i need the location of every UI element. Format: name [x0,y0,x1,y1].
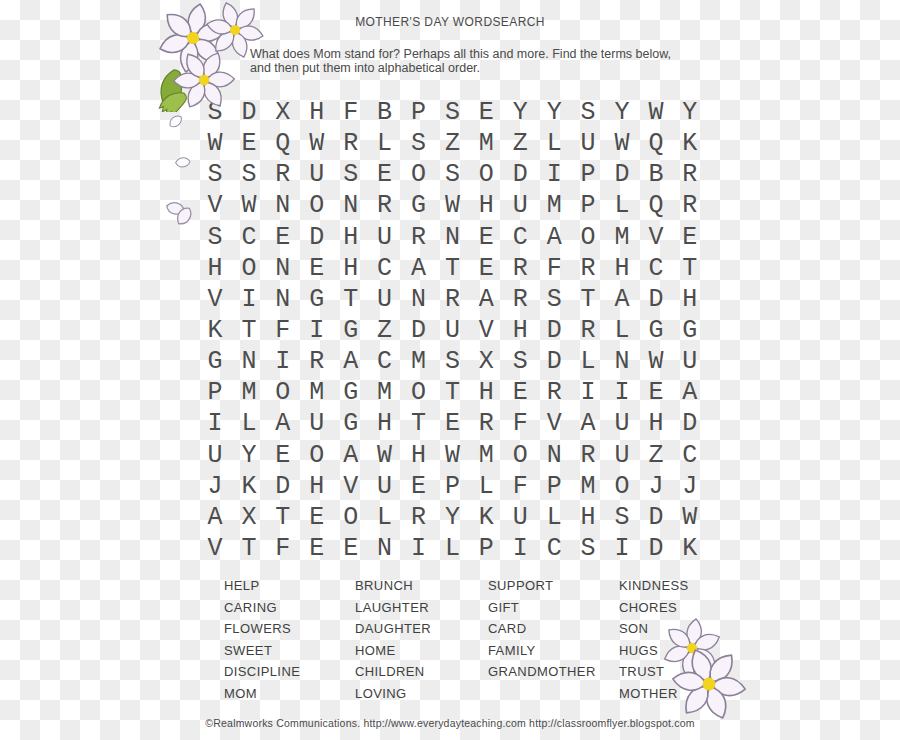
grid-cell[interactable]: R [300,346,334,377]
grid-cell[interactable]: W [368,440,402,471]
petal-icon [175,155,191,169]
grid-cell[interactable]: U [673,346,707,377]
grid-cell[interactable]: I [198,408,232,439]
word-list-column2: BRUNCHLAUGHTERDAUGHTERHOMECHILDRENLOVING [355,575,431,705]
grid-cell[interactable]: H [334,253,368,284]
grid-cell[interactable]: L [469,471,503,502]
instructions-line-1: What does Mom stand for? Perhaps all thi… [250,47,710,61]
grid-cell[interactable]: G [198,346,232,377]
grid-cell[interactable]: O [402,377,436,408]
grid-cell[interactable]: N [402,284,436,315]
grid-cell[interactable]: S [435,159,469,190]
word-item: TRUST [619,661,689,683]
grid-cell[interactable]: O [334,502,368,533]
grid-cell[interactable]: I [402,533,436,564]
grid-cell[interactable]: U [300,159,334,190]
grid-cell[interactable]: A [334,440,368,471]
grid-cell[interactable]: U [198,440,232,471]
grid-cell[interactable]: T [435,377,469,408]
grid-cell[interactable]: T [435,253,469,284]
grid-cell[interactable]: N [368,533,402,564]
grid-cell[interactable]: M [300,377,334,408]
word-item: BRUNCH [355,575,431,597]
grid-cell[interactable]: G [334,377,368,408]
grid-cell[interactable]: U [503,502,537,533]
worksheet-canvas: MOTHER'S DAY WORDSEARCH What does Mom st… [0,0,900,740]
grid-cell[interactable]: I [266,346,300,377]
grid-cell[interactable]: X [469,346,503,377]
word-item: HUGS [619,640,689,662]
grid-cell[interactable]: U [368,222,402,253]
grid-cell[interactable]: I [232,284,266,315]
grid-cell[interactable]: H [503,315,537,346]
grid-cell[interactable]: R [537,377,571,408]
grid-cell[interactable]: O [571,222,605,253]
grid-cell[interactable]: V [537,408,571,439]
grid-cell[interactable]: L [368,128,402,159]
grid-cell[interactable]: N [266,253,300,284]
word-list-column3: SUPPORTGIFTCARDFAMILYGRANDMOTHER [488,575,596,683]
grid-cell[interactable]: R [368,190,402,221]
grid-cell[interactable]: T [232,315,266,346]
grid-cell[interactable]: P [571,190,605,221]
grid-cell[interactable]: E [232,128,266,159]
grid-cell[interactable]: S [334,159,368,190]
grid-cell[interactable]: M [402,346,436,377]
grid-cell[interactable]: G [673,315,707,346]
grid-cell[interactable]: N [266,190,300,221]
grid-cell[interactable]: F [537,253,571,284]
grid-cell[interactable]: F [266,315,300,346]
grid-cell[interactable]: R [402,502,436,533]
grid-cell[interactable]: L [537,128,571,159]
word-item: HELP [224,575,300,597]
grid-cell[interactable]: Y [435,502,469,533]
grid-cell[interactable]: E [469,97,503,128]
grid-cell[interactable]: W [605,128,639,159]
grid-cell[interactable]: K [469,502,503,533]
grid-cell[interactable]: N [266,284,300,315]
grid-cell[interactable]: X [232,502,266,533]
flower-icon [152,0,233,79]
word-item: CHILDREN [355,661,431,683]
grid-cell[interactable]: K [232,471,266,502]
grid-cell[interactable]: T [571,284,605,315]
grid-cell[interactable]: Y [537,97,571,128]
grid-cell[interactable]: R [503,284,537,315]
grid-cell[interactable]: W [435,190,469,221]
grid-cell[interactable]: B [639,159,673,190]
grid-cell[interactable]: N [232,346,266,377]
grid-cell[interactable]: E [266,222,300,253]
word-item: LAUGHTER [355,597,431,619]
grid-cell[interactable]: A [334,346,368,377]
grid-cell[interactable]: D [232,97,266,128]
instructions-line-2: and then put them into alphabetical orde… [250,61,710,75]
grid-cell[interactable]: O [503,440,537,471]
grid-cell[interactable]: T [266,502,300,533]
grid-cell[interactable]: C [368,253,402,284]
grid-cell[interactable]: M [232,377,266,408]
grid-cell[interactable]: I [571,377,605,408]
footer-credits: ©Realmworks Communications. http://www.e… [0,717,900,729]
word-item: CARING [224,597,300,619]
word-item: FAMILY [488,640,596,662]
grid-cell[interactable]: P [198,377,232,408]
grid-cell[interactable]: I [503,533,537,564]
grid-cell[interactable]: W [198,128,232,159]
grid-cell[interactable]: H [469,377,503,408]
grid-cell[interactable]: L [232,408,266,439]
grid-cell[interactable]: W [300,128,334,159]
grid-cell[interactable]: K [673,128,707,159]
grid-cell[interactable]: O [469,159,503,190]
word-list-column4: KINDNESSCHORESSONHUGSTRUSTMOTHER [619,575,689,705]
grid-cell[interactable]: D [639,533,673,564]
grid-cell[interactable]: J [673,471,707,502]
grid-cell[interactable]: H [571,502,605,533]
grid-cell[interactable]: W [232,190,266,221]
word-item: MOTHER [619,683,689,705]
grid-cell[interactable]: C [232,222,266,253]
grid-cell[interactable]: S [198,222,232,253]
grid-cell[interactable]: E [300,253,334,284]
grid-cell[interactable]: M [537,190,571,221]
grid-cell[interactable]: S [537,284,571,315]
word-item: GIFT [488,597,596,619]
word-item: SON [619,618,689,640]
grid-cell[interactable]: E [334,533,368,564]
grid-cell[interactable]: D [402,315,436,346]
grid-cell[interactable]: O [402,159,436,190]
word-item: SUPPORT [488,575,596,597]
grid-cell[interactable]: U [503,190,537,221]
grid-cell[interactable]: X [266,97,300,128]
grid-cell[interactable]: P [435,471,469,502]
grid-cell[interactable]: F [503,471,537,502]
grid-cell[interactable]: D [673,408,707,439]
grid-cell[interactable]: A [266,408,300,439]
grid-cell[interactable]: S [232,159,266,190]
grid-cell[interactable]: S [571,533,605,564]
grid-cell[interactable]: C [503,222,537,253]
grid-cell[interactable]: R [673,190,707,221]
word-item: MOM [224,683,300,705]
grid-cell[interactable]: W [639,346,673,377]
grid-cell[interactable]: L [605,190,639,221]
grid-cell[interactable]: N [537,440,571,471]
grid-cell[interactable]: D [537,315,571,346]
grid-cell[interactable]: E [503,377,537,408]
grid-cell[interactable]: Q [639,128,673,159]
grid-cell[interactable]: Z [435,128,469,159]
grid-cell[interactable]: B [368,97,402,128]
grid-cell[interactable]: U [368,284,402,315]
grid-cell[interactable]: H [334,222,368,253]
grid-cell[interactable]: H [198,253,232,284]
grid-cell[interactable]: H [368,408,402,439]
grid-cell[interactable]: Y [605,97,639,128]
grid-cell[interactable]: W [639,97,673,128]
grid-cell[interactable]: V [198,533,232,564]
grid-cell[interactable]: H [469,190,503,221]
word-item: LOVING [355,683,431,705]
grid-cell[interactable]: I [605,377,639,408]
grid-cell[interactable]: O [266,377,300,408]
grid-cell[interactable]: M [469,128,503,159]
grid-cell[interactable]: H [673,284,707,315]
grid-cell[interactable]: D [503,159,537,190]
grid-cell[interactable]: V [639,222,673,253]
grid-cell[interactable]: V [334,471,368,502]
grid-cell[interactable]: O [232,253,266,284]
grid-cell[interactable]: N [334,190,368,221]
grid-cell[interactable]: D [605,159,639,190]
grid-cell[interactable]: H [605,253,639,284]
grid-cell[interactable]: S [605,502,639,533]
grid-cell[interactable]: R [571,253,605,284]
page-title: MOTHER'S DAY WORDSEARCH [0,15,900,29]
grid-cell[interactable]: Z [368,315,402,346]
word-item: KINDNESS [619,575,689,597]
grid-cell[interactable]: S [503,346,537,377]
grid-cell[interactable]: U [571,128,605,159]
grid-cell[interactable]: J [198,471,232,502]
grid-cell[interactable]: N [435,222,469,253]
grid-cell[interactable]: M [368,377,402,408]
grid-cell[interactable]: A [673,377,707,408]
word-list-column1: HELPCARINGFLOWERSSWEETDISCIPLINEMOM [224,575,300,705]
grid-cell[interactable]: R [435,284,469,315]
grid-cell[interactable]: E [469,222,503,253]
grid-cell[interactable]: E [435,408,469,439]
grid-cell[interactable]: S [198,159,232,190]
grid-cell[interactable]: S [571,97,605,128]
grid-cell[interactable]: R [266,159,300,190]
grid-cell[interactable]: K [673,533,707,564]
grid-cell[interactable]: U [368,471,402,502]
grid-cell[interactable]: T [232,533,266,564]
grid-cell[interactable]: R [402,222,436,253]
leaf-icon [156,68,188,106]
grid-cell[interactable]: L [368,502,402,533]
grid-cell[interactable]: A [402,253,436,284]
word-item: DAUGHTER [355,618,431,640]
grid-cell[interactable]: C [368,346,402,377]
grid-cell[interactable]: H [402,440,436,471]
word-item: HOME [355,640,431,662]
grid-cell[interactable]: C [537,533,571,564]
grid-cell[interactable]: W [435,440,469,471]
grid-cell[interactable]: Z [639,440,673,471]
word-item: FLOWERS [224,618,300,640]
grid-cell[interactable]: I [300,315,334,346]
grid-cell[interactable]: E [469,253,503,284]
grid-cell[interactable]: O [300,190,334,221]
grid-cell[interactable]: O [300,440,334,471]
grid-cell[interactable]: Y [673,97,707,128]
grid-cell[interactable]: D [639,502,673,533]
grid-cell[interactable]: A [537,222,571,253]
grid-cell[interactable]: G [300,284,334,315]
grid-cell[interactable]: J [639,471,673,502]
grid-cell[interactable]: W [673,502,707,533]
grid-cell[interactable]: V [469,315,503,346]
wordsearch-grid: SDXHFBPSEYYSYWYWEQWRLSZMZLUWQKSSRUSEOSOD… [198,97,707,564]
word-item: GRANDMOTHER [488,661,596,683]
grid-cell[interactable]: I [537,159,571,190]
word-item: CARD [488,618,596,640]
grid-cell[interactable]: U [605,440,639,471]
grid-cell[interactable]: G [639,315,673,346]
grid-cell[interactable]: I [605,533,639,564]
grid-cell[interactable]: E [673,222,707,253]
grid-cell[interactable]: M [469,440,503,471]
grid-cell[interactable]: A [469,284,503,315]
grid-cell[interactable]: Y [232,440,266,471]
grid-cell[interactable]: E [639,377,673,408]
grid-cell[interactable]: S [198,97,232,128]
grid-cell[interactable]: O [605,471,639,502]
grid-cell[interactable]: H [639,408,673,439]
grid-cell[interactable]: P [537,471,571,502]
grid-cell[interactable]: H [300,471,334,502]
grid-cell[interactable]: A [605,284,639,315]
grid-cell[interactable]: A [198,502,232,533]
grid-cell[interactable]: E [300,533,334,564]
grid-cell[interactable]: R [503,253,537,284]
grid-cell[interactable]: L [605,315,639,346]
grid-cell[interactable]: T [334,284,368,315]
grid-cell[interactable]: D [266,471,300,502]
grid-cell[interactable]: L [435,533,469,564]
grid-cell[interactable]: G [334,315,368,346]
word-item: DISCIPLINE [224,661,300,683]
grid-cell[interactable]: U [300,408,334,439]
grid-cell[interactable]: A [571,408,605,439]
grid-cell[interactable]: Q [266,128,300,159]
grid-cell[interactable]: E [368,159,402,190]
grid-cell[interactable]: R [469,408,503,439]
grid-cell[interactable]: N [605,346,639,377]
grid-cell[interactable]: U [435,315,469,346]
grid-cell[interactable]: S [435,346,469,377]
grid-cell[interactable]: G [402,190,436,221]
word-item: SWEET [224,640,300,662]
grid-cell[interactable]: P [469,533,503,564]
petal-icon [174,206,195,226]
word-item: CHORES [619,597,689,619]
grid-cell[interactable]: L [537,502,571,533]
grid-cell[interactable]: E [266,440,300,471]
grid-cell[interactable]: M [571,471,605,502]
grid-cell[interactable]: H [300,97,334,128]
grid-cell[interactable]: S [402,128,436,159]
grid-cell[interactable]: D [639,284,673,315]
grid-cell[interactable]: C [673,440,707,471]
grid-cell[interactable]: F [266,533,300,564]
instructions: What does Mom stand for? Perhaps all thi… [250,47,710,75]
grid-cell[interactable]: L [571,346,605,377]
grid-cell[interactable]: Y [503,97,537,128]
grid-cell[interactable]: R [571,315,605,346]
grid-cell[interactable]: U [605,408,639,439]
leaf-icon [158,86,188,112]
grid-cell[interactable]: V [198,284,232,315]
petal-icon [168,115,183,128]
grid-cell[interactable]: K [198,315,232,346]
grid-cell[interactable]: D [537,346,571,377]
grid-cell[interactable]: P [571,159,605,190]
grid-cell[interactable]: S [435,97,469,128]
grid-cell[interactable]: T [673,253,707,284]
grid-cell[interactable]: F [503,408,537,439]
grid-cell[interactable]: E [402,471,436,502]
grid-cell[interactable]: D [300,222,334,253]
grid-cell[interactable]: Z [503,128,537,159]
grid-cell[interactable]: R [673,159,707,190]
grid-cell[interactable]: Q [639,190,673,221]
grid-cell[interactable]: C [639,253,673,284]
grid-cell[interactable]: E [300,502,334,533]
grid-cell[interactable]: V [198,190,232,221]
grid-cell[interactable]: G [334,408,368,439]
grid-cell[interactable]: T [402,408,436,439]
grid-cell[interactable]: M [605,222,639,253]
grid-cell[interactable]: R [334,128,368,159]
petal-icon [165,198,185,218]
grid-cell[interactable]: F [334,97,368,128]
grid-cell[interactable]: R [571,440,605,471]
grid-cell[interactable]: P [402,97,436,128]
